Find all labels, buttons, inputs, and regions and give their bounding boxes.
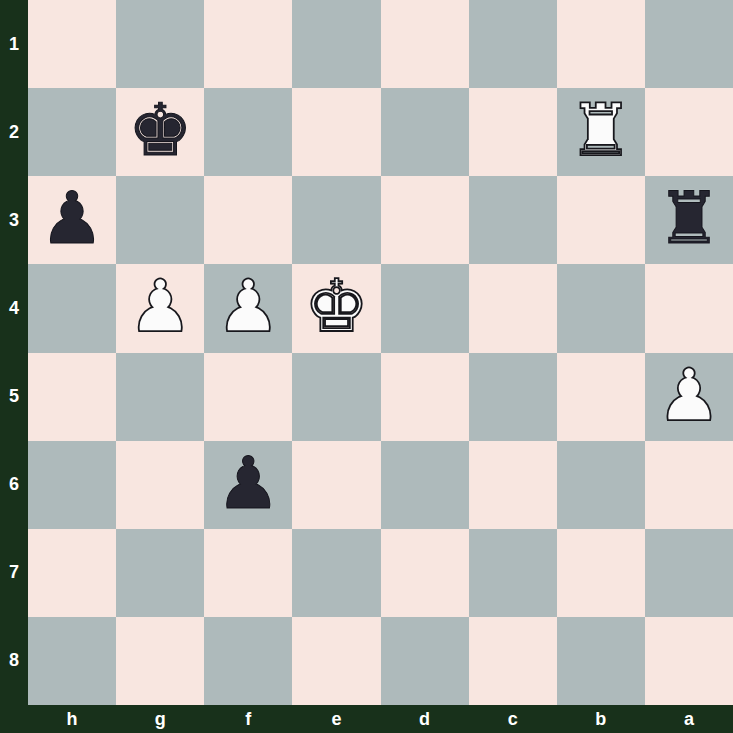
rank-labels: 12345678 (0, 0, 28, 705)
square-g1[interactable] (116, 0, 204, 88)
square-f5[interactable] (204, 353, 292, 441)
square-h3[interactable]: ♟ (28, 176, 116, 264)
square-b4[interactable] (557, 264, 645, 352)
file-label-c: c (469, 705, 557, 733)
file-label-b: b (557, 705, 645, 733)
square-e7[interactable] (292, 529, 380, 617)
file-label-h: h (28, 705, 116, 733)
square-f8[interactable] (204, 617, 292, 705)
square-e1[interactable] (292, 0, 380, 88)
square-f3[interactable] (204, 176, 292, 264)
piece-white-pawn[interactable]: ♟ (216, 270, 281, 342)
square-c6[interactable] (469, 441, 557, 529)
piece-white-pawn[interactable]: ♟ (657, 359, 722, 431)
square-h7[interactable] (28, 529, 116, 617)
piece-black-pawn[interactable]: ♟ (40, 182, 105, 254)
square-f7[interactable] (204, 529, 292, 617)
square-b2[interactable]: ♜ (557, 88, 645, 176)
square-e8[interactable] (292, 617, 380, 705)
square-d7[interactable] (381, 529, 469, 617)
rank-label-1: 1 (0, 0, 28, 88)
rank-label-7: 7 (0, 529, 28, 617)
square-b8[interactable] (557, 617, 645, 705)
square-d1[interactable] (381, 0, 469, 88)
square-d4[interactable] (381, 264, 469, 352)
square-g6[interactable] (116, 441, 204, 529)
square-g4[interactable]: ♟ (116, 264, 204, 352)
chess-board-frame: 12345678 ♚♜♟♜♟♟♚♟♟ hgfedcba (0, 0, 733, 733)
square-c2[interactable] (469, 88, 557, 176)
piece-black-pawn[interactable]: ♟ (216, 447, 281, 519)
square-g7[interactable] (116, 529, 204, 617)
square-h2[interactable] (28, 88, 116, 176)
piece-black-rook[interactable]: ♜ (657, 182, 722, 254)
piece-white-pawn[interactable]: ♟ (128, 270, 193, 342)
rank-label-5: 5 (0, 353, 28, 441)
file-label-a: a (645, 705, 733, 733)
square-e4[interactable]: ♚ (292, 264, 380, 352)
rank-label-6: 6 (0, 441, 28, 529)
square-c7[interactable] (469, 529, 557, 617)
square-b3[interactable] (557, 176, 645, 264)
square-b7[interactable] (557, 529, 645, 617)
square-h4[interactable] (28, 264, 116, 352)
square-g5[interactable] (116, 353, 204, 441)
square-e2[interactable] (292, 88, 380, 176)
square-c1[interactable] (469, 0, 557, 88)
rank-label-3: 3 (0, 176, 28, 264)
square-g8[interactable] (116, 617, 204, 705)
square-b6[interactable] (557, 441, 645, 529)
square-d8[interactable] (381, 617, 469, 705)
square-a3[interactable]: ♜ (645, 176, 733, 264)
square-c5[interactable] (469, 353, 557, 441)
square-e5[interactable] (292, 353, 380, 441)
square-a2[interactable] (645, 88, 733, 176)
square-h5[interactable] (28, 353, 116, 441)
square-h8[interactable] (28, 617, 116, 705)
file-labels: hgfedcba (28, 705, 733, 733)
file-label-f: f (204, 705, 292, 733)
square-c3[interactable] (469, 176, 557, 264)
square-a6[interactable] (645, 441, 733, 529)
piece-black-king[interactable]: ♚ (128, 94, 193, 166)
square-a7[interactable] (645, 529, 733, 617)
file-label-g: g (116, 705, 204, 733)
square-c8[interactable] (469, 617, 557, 705)
square-f2[interactable] (204, 88, 292, 176)
piece-white-rook[interactable]: ♜ (569, 94, 634, 166)
piece-white-king[interactable]: ♚ (304, 270, 369, 342)
square-d5[interactable] (381, 353, 469, 441)
square-h6[interactable] (28, 441, 116, 529)
square-d2[interactable] (381, 88, 469, 176)
square-a1[interactable] (645, 0, 733, 88)
square-f6[interactable]: ♟ (204, 441, 292, 529)
square-e3[interactable] (292, 176, 380, 264)
square-f1[interactable] (204, 0, 292, 88)
square-g2[interactable]: ♚ (116, 88, 204, 176)
square-a8[interactable] (645, 617, 733, 705)
file-label-e: e (292, 705, 380, 733)
square-f4[interactable]: ♟ (204, 264, 292, 352)
square-c4[interactable] (469, 264, 557, 352)
square-a4[interactable] (645, 264, 733, 352)
rank-label-4: 4 (0, 264, 28, 352)
file-label-d: d (381, 705, 469, 733)
rank-label-8: 8 (0, 617, 28, 705)
rank-label-2: 2 (0, 88, 28, 176)
square-g3[interactable] (116, 176, 204, 264)
square-b5[interactable] (557, 353, 645, 441)
square-e6[interactable] (292, 441, 380, 529)
chess-board: ♚♜♟♜♟♟♚♟♟ (28, 0, 733, 705)
square-d6[interactable] (381, 441, 469, 529)
square-a5[interactable]: ♟ (645, 353, 733, 441)
square-b1[interactable] (557, 0, 645, 88)
square-d3[interactable] (381, 176, 469, 264)
square-h1[interactable] (28, 0, 116, 88)
